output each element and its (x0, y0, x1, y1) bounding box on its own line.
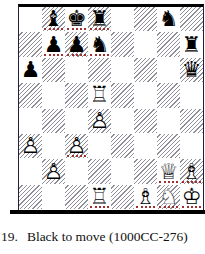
square-h3 (180, 134, 203, 159)
white-rook-backfill: ♜ (88, 83, 111, 107)
spellcheck-squiggle (136, 206, 155, 208)
square-b7: ♟♟ (42, 32, 65, 57)
spellcheck-squiggle (44, 54, 63, 56)
square-f1: ♝♗ (134, 185, 157, 210)
square-f5 (134, 83, 157, 108)
square-e5 (111, 83, 134, 108)
square-e6 (111, 58, 134, 83)
square-c4 (65, 109, 88, 134)
square-g6 (157, 58, 180, 83)
spellcheck-squiggle (67, 155, 86, 157)
square-c1 (65, 185, 88, 210)
square-b3 (42, 134, 65, 159)
black-rook: ♜ (180, 32, 203, 56)
white-rook: ♖ (88, 83, 111, 107)
square-b6 (42, 58, 65, 83)
square-g3 (157, 134, 180, 159)
spellcheck-squiggle (90, 28, 109, 30)
square-c8: ♚♚ (65, 7, 88, 32)
square-c2 (65, 159, 88, 184)
square-d7: ♞♞ (88, 32, 111, 57)
board-bottom-edge (10, 210, 205, 214)
black-queen-backfill: ♛ (180, 58, 203, 82)
spellcheck-squiggle (67, 54, 86, 56)
square-a1 (19, 185, 42, 210)
spellcheck-squiggle (67, 28, 86, 30)
square-f6 (134, 58, 157, 83)
spellcheck-squiggle (90, 54, 109, 56)
white-pawn: ♙ (88, 109, 111, 133)
white-pawn: ♙ (42, 159, 65, 183)
square-e1 (111, 185, 134, 210)
spellcheck-squiggle (159, 206, 178, 208)
white-pawn: ♙ (19, 134, 42, 158)
square-d1: ♜♖ (88, 185, 111, 210)
spellcheck-squiggle (90, 206, 109, 208)
square-c6 (65, 58, 88, 83)
spellcheck-squiggle (159, 181, 178, 183)
square-a5 (19, 83, 42, 108)
square-h5 (180, 83, 203, 108)
spellcheck-squiggle (182, 206, 201, 208)
square-a6: ♟♟ (19, 58, 42, 83)
square-h2: ♝♗ (180, 159, 203, 184)
square-e7 (111, 32, 134, 57)
white-pawn-backfill: ♟ (42, 159, 65, 183)
chess-board: ♝♝♚♚♜♜♞♞♟♟♟♟♞♞♜♜♟♟♛♛♜♖♟♙♟♙♟♙♟♙♛♕♝♗♜♖♝♗♞♘… (19, 7, 203, 210)
square-b1 (42, 185, 65, 210)
square-g4 (157, 109, 180, 134)
square-f4 (134, 109, 157, 134)
square-h8 (180, 7, 203, 32)
square-a8 (19, 7, 42, 32)
white-pawn-backfill: ♟ (88, 109, 111, 133)
square-g5 (157, 83, 180, 108)
square-f7 (134, 32, 157, 57)
square-c5 (65, 83, 88, 108)
black-knight-backfill: ♞ (157, 7, 180, 31)
square-c3: ♟♙ (65, 134, 88, 159)
square-c7: ♟♟ (65, 32, 88, 57)
square-f2 (134, 159, 157, 184)
square-g7 (157, 32, 180, 57)
square-a7 (19, 32, 42, 57)
square-f3 (134, 134, 157, 159)
board-frame: ♝♝♚♚♜♜♞♞♟♟♟♟♞♞♜♜♟♟♛♛♜♖♟♙♟♙♟♙♟♙♛♕♝♗♜♖♝♗♞♘… (18, 4, 204, 210)
square-e4 (111, 109, 134, 134)
square-h6: ♛♛ (180, 58, 203, 83)
black-pawn: ♟ (19, 58, 42, 82)
square-a3: ♟♙ (19, 134, 42, 159)
black-rook-backfill: ♜ (180, 32, 203, 56)
square-g8: ♞♞ (157, 7, 180, 32)
square-h4 (180, 109, 203, 134)
square-b8: ♝♝ (42, 7, 65, 32)
square-d6 (88, 58, 111, 83)
black-knight: ♞ (157, 7, 180, 31)
square-d2 (88, 159, 111, 184)
square-a4 (19, 109, 42, 134)
caption-number: 19. (1, 229, 18, 244)
caption: 19.Black to move (1000CC-276) (1, 229, 188, 245)
square-e2 (111, 159, 134, 184)
black-queen: ♛ (180, 58, 203, 82)
square-g1: ♞♘ (157, 185, 180, 210)
square-d3 (88, 134, 111, 159)
square-d8: ♜♜ (88, 7, 111, 32)
spellcheck-squiggle (44, 28, 63, 30)
square-d5: ♜♖ (88, 83, 111, 108)
square-f8 (134, 7, 157, 32)
spellcheck-squiggle (182, 181, 201, 183)
square-g2: ♛♕ (157, 159, 180, 184)
square-h7: ♜♜ (180, 32, 203, 57)
square-b4 (42, 109, 65, 134)
square-a2 (19, 159, 42, 184)
black-pawn-backfill: ♟ (19, 58, 42, 82)
square-d4: ♟♙ (88, 109, 111, 134)
white-pawn-backfill: ♟ (19, 134, 42, 158)
square-e3 (111, 134, 134, 159)
square-b2: ♟♙ (42, 159, 65, 184)
square-b5 (42, 83, 65, 108)
caption-text: Black to move (1000CC-276) (27, 229, 188, 244)
square-e8 (111, 7, 134, 32)
square-h1: ♚♔ (180, 185, 203, 210)
